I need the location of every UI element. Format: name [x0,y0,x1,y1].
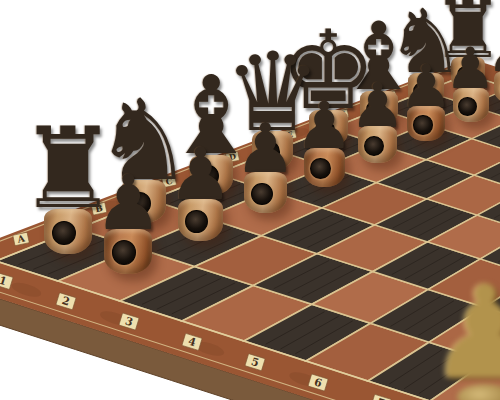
chessboard: 12345678ABCDEFGH [0,0,500,400]
product-photo-scene: 12345678ABCDEFGH ♜♞♝♛♚♝♞♜♟♟♟♟♟♟♟♟ ♟ [0,0,500,400]
gold-pawn-glyph: ♟ [428,282,500,384]
piece-foreground-gold: ♟ [428,282,500,400]
